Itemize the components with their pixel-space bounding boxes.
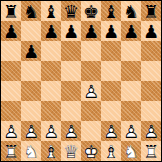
black-pawn-a7[interactable]: ♟ [1, 21, 21, 41]
square-h7[interactable]: ♟ [141, 21, 161, 41]
black-king-e8[interactable]: ♚ [81, 1, 101, 21]
chess-board: ♜♞♝♛♚♝♞♜♟♟♟♟♟♟♟♟♟♙♟♙♟♙♟♙♟♙♟♙♟♙♟♙♜♖♞♘♝♗♛♕… [1, 1, 161, 161]
piece-glyph-fill: ♞ [121, 1, 141, 21]
square-a5[interactable] [1, 61, 21, 81]
piece-glyph-fill: ♛ [61, 1, 81, 21]
square-a8[interactable]: ♜ [1, 1, 21, 21]
black-bishop-c8[interactable]: ♝ [41, 1, 61, 21]
piece-glyph-outline: ♘ [21, 141, 41, 161]
square-f7[interactable]: ♟ [101, 21, 121, 41]
square-d8[interactable]: ♛ [61, 1, 81, 21]
square-a7[interactable]: ♟ [1, 21, 21, 41]
piece-glyph-fill: ♟ [101, 21, 121, 41]
square-a4[interactable] [1, 81, 21, 101]
white-king-e1[interactable]: ♚♔ [81, 141, 101, 161]
black-rook-a8[interactable]: ♜ [1, 1, 21, 21]
piece-glyph-fill: ♟ [121, 21, 141, 41]
piece-glyph-fill: ♟ [81, 21, 101, 41]
black-pawn-d7[interactable]: ♟ [61, 21, 81, 41]
white-knight-g1[interactable]: ♞♘ [121, 141, 141, 161]
square-e2[interactable] [81, 121, 101, 141]
square-d4[interactable] [61, 81, 81, 101]
black-bishop-f8[interactable]: ♝ [101, 1, 121, 21]
square-e5[interactable] [81, 61, 101, 81]
piece-glyph-fill: ♟ [41, 21, 61, 41]
white-bishop-f1[interactable]: ♝♗ [101, 141, 121, 161]
black-knight-g8[interactable]: ♞ [121, 1, 141, 21]
piece-glyph-fill: ♟ [1, 21, 21, 41]
piece-glyph-outline: ♙ [81, 81, 101, 101]
square-c2[interactable]: ♟♙ [41, 121, 61, 141]
square-g7[interactable]: ♟ [121, 21, 141, 41]
white-pawn-b2[interactable]: ♟♙ [21, 121, 41, 141]
white-pawn-g2[interactable]: ♟♙ [121, 121, 141, 141]
piece-glyph-outline: ♖ [1, 141, 21, 161]
square-g2[interactable]: ♟♙ [121, 121, 141, 141]
piece-glyph-fill: ♜ [1, 1, 21, 21]
square-h6[interactable] [141, 41, 161, 61]
white-pawn-f2[interactable]: ♟♙ [101, 121, 121, 141]
white-pawn-c2[interactable]: ♟♙ [41, 121, 61, 141]
piece-glyph-fill: ♟ [141, 21, 161, 41]
square-g1[interactable]: ♞♘ [121, 141, 141, 161]
square-e8[interactable]: ♚ [81, 1, 101, 21]
square-b5[interactable] [21, 61, 41, 81]
piece-glyph-fill: ♞ [21, 1, 41, 21]
square-b4[interactable] [21, 81, 41, 101]
square-f5[interactable] [101, 61, 121, 81]
white-queen-d1[interactable]: ♛♕ [61, 141, 81, 161]
white-pawn-d2[interactable]: ♟♙ [61, 121, 81, 141]
square-d6[interactable] [61, 41, 81, 61]
square-a6[interactable] [1, 41, 21, 61]
black-pawn-e7[interactable]: ♟ [81, 21, 101, 41]
square-d1[interactable]: ♛♕ [61, 141, 81, 161]
square-f8[interactable]: ♝ [101, 1, 121, 21]
square-h3[interactable] [141, 101, 161, 121]
square-b1[interactable]: ♞♘ [21, 141, 41, 161]
square-h4[interactable] [141, 81, 161, 101]
piece-glyph-outline: ♙ [101, 121, 121, 141]
square-b3[interactable] [21, 101, 41, 121]
square-e7[interactable]: ♟ [81, 21, 101, 41]
white-rook-a1[interactable]: ♜♖ [1, 141, 21, 161]
piece-glyph-outline: ♙ [21, 121, 41, 141]
square-f1[interactable]: ♝♗ [101, 141, 121, 161]
chess-board-frame: ♜♞♝♛♚♝♞♜♟♟♟♟♟♟♟♟♟♙♟♙♟♙♟♙♟♙♟♙♟♙♟♙♜♖♞♘♝♗♛♕… [0, 0, 162, 162]
square-g3[interactable] [121, 101, 141, 121]
square-f2[interactable]: ♟♙ [101, 121, 121, 141]
square-f3[interactable] [101, 101, 121, 121]
black-pawn-c7[interactable]: ♟ [41, 21, 61, 41]
square-b2[interactable]: ♟♙ [21, 121, 41, 141]
square-d7[interactable]: ♟ [61, 21, 81, 41]
square-e6[interactable] [81, 41, 101, 61]
piece-glyph-fill: ♟ [21, 41, 41, 61]
piece-glyph-outline: ♕ [61, 141, 81, 161]
piece-glyph-fill: ♝ [41, 1, 61, 21]
piece-glyph-outline: ♙ [1, 121, 21, 141]
piece-glyph-outline: ♙ [121, 121, 141, 141]
piece-glyph-outline: ♙ [41, 121, 61, 141]
white-knight-b1[interactable]: ♞♘ [21, 141, 41, 161]
black-rook-h8[interactable]: ♜ [141, 1, 161, 21]
square-h5[interactable] [141, 61, 161, 81]
piece-glyph-outline: ♙ [61, 121, 81, 141]
square-h1[interactable]: ♜♖ [141, 141, 161, 161]
square-a3[interactable] [1, 101, 21, 121]
square-b6[interactable]: ♟ [21, 41, 41, 61]
square-a1[interactable]: ♜♖ [1, 141, 21, 161]
piece-glyph-fill: ♜ [141, 1, 161, 21]
white-bishop-c1[interactable]: ♝♗ [41, 141, 61, 161]
square-c5[interactable] [41, 61, 61, 81]
piece-glyph-outline: ♗ [41, 141, 61, 161]
black-pawn-f7[interactable]: ♟ [101, 21, 121, 41]
white-pawn-h2[interactable]: ♟♙ [141, 121, 161, 141]
black-queen-d8[interactable]: ♛ [61, 1, 81, 21]
square-h8[interactable]: ♜ [141, 1, 161, 21]
square-c7[interactable]: ♟ [41, 21, 61, 41]
square-e4[interactable]: ♟♙ [81, 81, 101, 101]
piece-glyph-fill: ♝ [101, 1, 121, 21]
square-e1[interactable]: ♚♔ [81, 141, 101, 161]
black-knight-b8[interactable]: ♞ [21, 1, 41, 21]
white-pawn-e4[interactable]: ♟♙ [81, 81, 101, 101]
square-c4[interactable] [41, 81, 61, 101]
piece-glyph-outline: ♙ [141, 121, 161, 141]
black-pawn-h7[interactable]: ♟ [141, 21, 161, 41]
square-g5[interactable] [121, 61, 141, 81]
square-g8[interactable]: ♞ [121, 1, 141, 21]
square-c1[interactable]: ♝♗ [41, 141, 61, 161]
piece-glyph-outline: ♔ [81, 141, 101, 161]
square-c3[interactable] [41, 101, 61, 121]
square-b7[interactable] [21, 21, 41, 41]
piece-glyph-fill: ♟ [61, 21, 81, 41]
square-f4[interactable] [101, 81, 121, 101]
piece-glyph-fill: ♚ [81, 1, 101, 21]
piece-glyph-outline: ♘ [121, 141, 141, 161]
square-a2[interactable]: ♟♙ [1, 121, 21, 141]
black-pawn-b6[interactable]: ♟ [21, 41, 41, 61]
black-pawn-g7[interactable]: ♟ [121, 21, 141, 41]
square-c6[interactable] [41, 41, 61, 61]
piece-glyph-outline: ♗ [101, 141, 121, 161]
square-d2[interactable]: ♟♙ [61, 121, 81, 141]
square-g4[interactable] [121, 81, 141, 101]
square-g6[interactable] [121, 41, 141, 61]
square-c8[interactable]: ♝ [41, 1, 61, 21]
white-pawn-a2[interactable]: ♟♙ [1, 121, 21, 141]
piece-glyph-outline: ♖ [141, 141, 161, 161]
square-h2[interactable]: ♟♙ [141, 121, 161, 141]
white-rook-h1[interactable]: ♜♖ [141, 141, 161, 161]
square-d3[interactable] [61, 101, 81, 121]
square-b8[interactable]: ♞ [21, 1, 41, 21]
square-f6[interactable] [101, 41, 121, 61]
square-d5[interactable] [61, 61, 81, 81]
square-e3[interactable] [81, 101, 101, 121]
